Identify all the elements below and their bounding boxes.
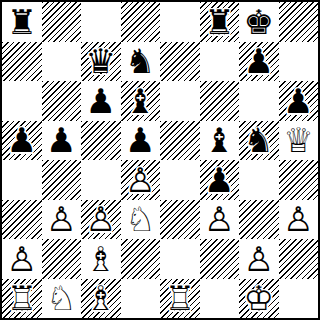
square-h3[interactable]: ♟♙: [279, 200, 319, 240]
black-bishop: ♝♝: [200, 121, 240, 161]
square-b2[interactable]: [42, 239, 82, 279]
white-pawn: ♟♙: [2, 239, 42, 279]
square-h5[interactable]: ♛♕: [279, 121, 319, 161]
black-knight: ♞♞: [239, 121, 279, 161]
square-e6[interactable]: [160, 81, 200, 121]
square-g8[interactable]: ♚♚: [239, 2, 279, 42]
square-f3[interactable]: ♟♙: [200, 200, 240, 240]
square-c3[interactable]: ♟♙: [81, 200, 121, 240]
square-c1[interactable]: ♝♗: [81, 279, 121, 319]
square-h4[interactable]: [279, 160, 319, 200]
square-a8[interactable]: ♜♜: [2, 2, 42, 42]
square-c2[interactable]: ♝♗: [81, 239, 121, 279]
square-f4[interactable]: ♟♟: [200, 160, 240, 200]
square-b7[interactable]: [42, 42, 82, 82]
chess-board: ♜♜♜♜♚♚♛♛♞♞♟♟♟♟♝♝♟♟♟♟♟♟♟♟♝♝♞♞♛♕♟♙♟♟♟♙♟♙♞♘…: [0, 0, 320, 320]
square-a2[interactable]: ♟♙: [2, 239, 42, 279]
square-h1[interactable]: [279, 279, 319, 319]
square-d1[interactable]: [121, 279, 161, 319]
square-g2[interactable]: ♟♙: [239, 239, 279, 279]
square-c5[interactable]: [81, 121, 121, 161]
square-f2[interactable]: [200, 239, 240, 279]
square-e7[interactable]: [160, 42, 200, 82]
square-a3[interactable]: [2, 200, 42, 240]
square-b8[interactable]: [42, 2, 82, 42]
square-c7[interactable]: ♛♛: [81, 42, 121, 82]
square-c4[interactable]: [81, 160, 121, 200]
black-pawn: ♟♟: [239, 42, 279, 82]
black-knight: ♞♞: [121, 42, 161, 82]
black-pawn: ♟♟: [121, 121, 161, 161]
square-b6[interactable]: [42, 81, 82, 121]
square-e8[interactable]: [160, 2, 200, 42]
white-queen: ♛♕: [279, 121, 319, 161]
square-f5[interactable]: ♝♝: [200, 121, 240, 161]
black-queen: ♛♛: [81, 42, 121, 82]
square-h8[interactable]: [279, 2, 319, 42]
square-a1[interactable]: ♜♖: [2, 279, 42, 319]
white-pawn: ♟♙: [279, 200, 319, 240]
black-pawn: ♟♟: [42, 121, 82, 161]
white-pawn: ♟♙: [200, 200, 240, 240]
black-bishop: ♝♝: [121, 81, 161, 121]
square-g3[interactable]: [239, 200, 279, 240]
black-king: ♚♚: [239, 2, 279, 42]
black-rook: ♜♜: [2, 2, 42, 42]
black-rook: ♜♜: [200, 2, 240, 42]
square-f1[interactable]: [200, 279, 240, 319]
black-pawn: ♟♟: [2, 121, 42, 161]
black-pawn: ♟♟: [81, 81, 121, 121]
square-d7[interactable]: ♞♞: [121, 42, 161, 82]
square-f7[interactable]: [200, 42, 240, 82]
white-pawn: ♟♙: [81, 200, 121, 240]
white-bishop: ♝♗: [81, 239, 121, 279]
white-king: ♚♔: [239, 279, 279, 319]
square-d5[interactable]: ♟♟: [121, 121, 161, 161]
square-a4[interactable]: [2, 160, 42, 200]
black-pawn: ♟♟: [200, 160, 240, 200]
square-g5[interactable]: ♞♞: [239, 121, 279, 161]
white-pawn: ♟♙: [121, 160, 161, 200]
square-f8[interactable]: ♜♜: [200, 2, 240, 42]
square-g4[interactable]: [239, 160, 279, 200]
square-e3[interactable]: [160, 200, 200, 240]
white-knight: ♞♘: [42, 279, 82, 319]
white-rook: ♜♖: [160, 279, 200, 319]
square-b5[interactable]: ♟♟: [42, 121, 82, 161]
square-g7[interactable]: ♟♟: [239, 42, 279, 82]
square-g1[interactable]: ♚♔: [239, 279, 279, 319]
square-b1[interactable]: ♞♘: [42, 279, 82, 319]
square-c8[interactable]: [81, 2, 121, 42]
white-bishop: ♝♗: [81, 279, 121, 319]
square-e4[interactable]: [160, 160, 200, 200]
square-h2[interactable]: [279, 239, 319, 279]
square-d2[interactable]: [121, 239, 161, 279]
square-d4[interactable]: ♟♙: [121, 160, 161, 200]
square-e1[interactable]: ♜♖: [160, 279, 200, 319]
square-d8[interactable]: [121, 2, 161, 42]
square-b4[interactable]: [42, 160, 82, 200]
square-a6[interactable]: [2, 81, 42, 121]
square-f6[interactable]: [200, 81, 240, 121]
square-a5[interactable]: ♟♟: [2, 121, 42, 161]
square-d3[interactable]: ♞♘: [121, 200, 161, 240]
square-h7[interactable]: [279, 42, 319, 82]
white-knight: ♞♘: [121, 200, 161, 240]
white-pawn: ♟♙: [42, 200, 82, 240]
square-e5[interactable]: [160, 121, 200, 161]
square-b3[interactable]: ♟♙: [42, 200, 82, 240]
square-e2[interactable]: [160, 239, 200, 279]
white-rook: ♜♖: [2, 279, 42, 319]
square-c6[interactable]: ♟♟: [81, 81, 121, 121]
square-d6[interactable]: ♝♝: [121, 81, 161, 121]
white-pawn: ♟♙: [239, 239, 279, 279]
black-pawn: ♟♟: [279, 81, 319, 121]
square-g6[interactable]: [239, 81, 279, 121]
square-h6[interactable]: ♟♟: [279, 81, 319, 121]
square-a7[interactable]: [2, 42, 42, 82]
